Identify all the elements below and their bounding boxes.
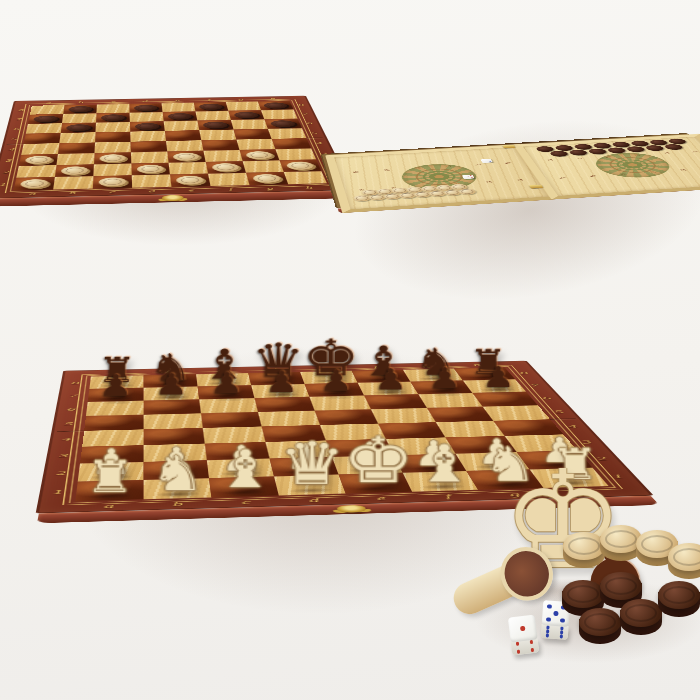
piece-shadow xyxy=(86,493,133,500)
square-d1: ♛ xyxy=(274,475,346,496)
square-e2: ♟ xyxy=(332,455,403,474)
square-b4 xyxy=(144,428,205,445)
square-g5 xyxy=(234,129,272,140)
square-d5 xyxy=(258,411,320,427)
square-a4 xyxy=(21,143,59,154)
pile-checker-light xyxy=(636,530,678,570)
piece-shadow xyxy=(473,464,519,470)
square-c7: ♟ xyxy=(198,385,255,399)
coord-label: g xyxy=(238,98,244,101)
checker-dark-b6 xyxy=(66,124,91,131)
square-c4 xyxy=(203,426,266,443)
piece-shadow xyxy=(419,484,467,490)
piece-shadow xyxy=(262,393,300,397)
coord-label: d xyxy=(308,497,320,503)
coord-label: 4 xyxy=(566,424,579,429)
point-ornament: 25 xyxy=(685,150,700,153)
coord-label: c xyxy=(218,369,225,373)
point-ornament: 25 xyxy=(673,169,694,172)
square-a5 xyxy=(24,133,61,144)
point-triangle xyxy=(647,173,677,189)
coord-label: 5 xyxy=(11,137,18,140)
square-c3 xyxy=(94,152,131,164)
pip xyxy=(489,161,491,162)
checker-light-g3 xyxy=(245,151,273,159)
chess-scene: ♜♞♝♛♚♝♞♜♟♟♟♟♟♟♟♟♟♟♟♟♟♟♟♟♜♞♝♛♚♝♞♜aabbccdd… xyxy=(10,165,630,700)
square-d6 xyxy=(254,397,314,412)
board-grid: ♜♞♝♛♚♝♞♜♟♟♟♟♟♟♟♟♟♟♟♟♟♟♟♟♜♞♝♛♚♝♞♜ xyxy=(75,367,608,501)
coord-label: d xyxy=(269,367,278,371)
square-c4 xyxy=(95,142,131,153)
coord-label: f xyxy=(444,493,453,499)
coord-label: 4 xyxy=(316,141,323,144)
point-ornament: 25 xyxy=(643,171,664,174)
coord-label: h xyxy=(573,489,587,495)
square-g4 xyxy=(236,139,275,150)
square-a4 xyxy=(82,429,144,446)
coord-label: h xyxy=(472,363,482,367)
square-c6 xyxy=(96,122,131,132)
brass-clasp-icon xyxy=(336,505,367,513)
square-b5 xyxy=(59,132,95,143)
backgammon-point-18: 25 xyxy=(489,147,519,165)
black-king-e8: ♚ xyxy=(302,333,360,383)
coord-label: h xyxy=(270,97,276,100)
piece-shadow xyxy=(410,465,456,471)
square-c3 xyxy=(205,442,270,460)
coord-label: a xyxy=(46,101,52,104)
square-a2: ♟ xyxy=(78,462,144,482)
piece-shadow xyxy=(88,474,133,480)
square-g7 xyxy=(228,110,264,120)
square-e3 xyxy=(326,439,394,457)
square-f3 xyxy=(386,437,456,455)
coord-label: 8 xyxy=(71,381,80,385)
square-e3 xyxy=(167,151,205,163)
square-a3 xyxy=(80,445,144,464)
checker-dark-g7 xyxy=(233,112,258,119)
coord-label: f xyxy=(207,99,211,102)
black-queen-d8: ♛ xyxy=(251,338,304,385)
coord-label: 1 xyxy=(53,489,64,495)
square-c6 xyxy=(199,398,258,413)
point-ornament: 25 xyxy=(540,159,560,162)
square-d4 xyxy=(131,141,168,152)
square-b3 xyxy=(144,444,207,462)
square-h1: ♜ xyxy=(530,468,609,488)
square-c5 xyxy=(95,132,131,143)
square-g3 xyxy=(239,149,279,161)
piece-shadow xyxy=(549,480,597,486)
square-b6 xyxy=(144,399,201,414)
black-bishop-f8: ♝ xyxy=(360,341,407,382)
pip xyxy=(486,162,488,163)
coord-label: b xyxy=(78,101,83,104)
square-d3 xyxy=(131,152,169,164)
square-f6 xyxy=(364,394,427,409)
coord-label: 2 xyxy=(3,170,10,174)
piece-shadow xyxy=(370,390,409,394)
checker-dark-b8 xyxy=(68,106,92,113)
square-c2: ♟ xyxy=(207,459,274,479)
square-a6 xyxy=(86,401,144,416)
checker-top xyxy=(668,543,700,571)
square-a5 xyxy=(84,415,144,431)
coord-label: 2 xyxy=(595,456,609,461)
coord-label: 6 xyxy=(13,127,19,130)
square-h7: ♟ xyxy=(463,379,526,393)
square-e6 xyxy=(309,396,370,411)
square-g7: ♟ xyxy=(410,380,472,394)
coord-label: d xyxy=(143,100,148,103)
checker-dark-a7 xyxy=(33,115,58,122)
coord-label: b xyxy=(166,370,174,374)
coord-label: 7 xyxy=(302,112,309,115)
chess-board: ♜♞♝♛♚♝♞♜♟♟♟♟♟♟♟♟♟♟♟♟♟♟♟♟♜♞♝♛♚♝♞♜aabbccdd… xyxy=(36,361,654,514)
mini-die xyxy=(480,159,492,163)
coord-label: c xyxy=(241,499,251,505)
square-f2: ♟ xyxy=(394,454,466,473)
coord-label: 5 xyxy=(311,131,318,134)
square-b3 xyxy=(56,153,94,165)
pile-checker-light xyxy=(668,543,700,583)
coord-label: 1 xyxy=(0,182,7,186)
coord-label: a xyxy=(104,503,115,509)
black-bishop-c8: ♝ xyxy=(201,344,248,385)
pip xyxy=(483,162,485,163)
square-e7: ♟ xyxy=(305,383,364,397)
checker-dark-d6 xyxy=(135,123,160,130)
coord-label: 3 xyxy=(6,159,13,163)
coord-label: g xyxy=(508,491,522,497)
coord-label: f xyxy=(373,365,379,368)
square-e1: ♚ xyxy=(339,473,413,494)
square-c1: ♝ xyxy=(209,476,279,497)
square-f1: ♝ xyxy=(403,471,478,492)
coord-label: e xyxy=(320,366,328,370)
square-h5 xyxy=(482,405,550,421)
backgammon-point-3: 25 xyxy=(642,170,679,190)
point-ornament: 25 xyxy=(656,152,676,155)
point-triangle xyxy=(491,148,516,162)
coord-label: e xyxy=(376,495,387,501)
square-f7: ♟ xyxy=(358,382,419,396)
square-h3 xyxy=(275,149,316,161)
square-e4 xyxy=(320,424,386,441)
square-f5 xyxy=(371,408,436,424)
black-knight-g8: ♞ xyxy=(414,343,458,381)
square-h6 xyxy=(472,392,537,407)
square-h4 xyxy=(272,138,312,149)
checker-dark-f6 xyxy=(203,121,229,128)
square-a6 xyxy=(26,123,62,133)
coord-label: 3 xyxy=(580,439,593,444)
checker-dark-d8 xyxy=(134,105,158,112)
piece-shadow xyxy=(221,489,268,496)
black-knight-b8: ♞ xyxy=(149,348,193,386)
square-g6 xyxy=(418,393,482,408)
square-f3 xyxy=(203,150,242,162)
coord-label: 8 xyxy=(519,371,530,375)
square-b1: ♞ xyxy=(144,478,212,499)
square-d4 xyxy=(262,425,326,442)
square-h4 xyxy=(493,419,563,436)
checker-side xyxy=(636,541,678,566)
piece-shadow xyxy=(283,469,328,475)
square-b4 xyxy=(58,142,95,153)
board-front-edge xyxy=(37,496,659,523)
square-g5 xyxy=(427,406,493,422)
coord-label: 1 xyxy=(611,473,625,479)
coord-label: g xyxy=(422,364,432,368)
piece-shadow xyxy=(154,472,199,478)
coord-label: e xyxy=(175,99,180,102)
square-h2: ♟ xyxy=(517,450,593,469)
coord-label: 8 xyxy=(298,104,305,107)
checker-light-e3 xyxy=(173,153,200,161)
coord-label: 6 xyxy=(541,396,553,400)
coord-label: 7 xyxy=(69,394,78,398)
piece-shadow xyxy=(154,491,200,498)
square-b2: ♟ xyxy=(144,460,209,480)
square-b5 xyxy=(144,413,203,429)
checker-dark-f8 xyxy=(199,103,223,110)
coord-label: 8 xyxy=(18,109,24,112)
piece-shadow xyxy=(219,470,264,476)
square-a7: ♟ xyxy=(88,388,144,402)
square-a1: ♜ xyxy=(75,480,143,501)
coord-label: 2 xyxy=(56,470,66,476)
square-d2: ♟ xyxy=(270,457,339,476)
checker-light-c3 xyxy=(100,154,126,162)
piece-shadow xyxy=(354,485,401,492)
coord-label: 4 xyxy=(8,148,15,152)
square-f4 xyxy=(378,422,445,439)
piece-shadow xyxy=(346,467,392,473)
checker-light-a3 xyxy=(25,156,53,165)
coord-label: 6 xyxy=(67,407,76,411)
checker-side xyxy=(668,554,700,579)
square-h7 xyxy=(261,110,298,120)
checker-dark-c7 xyxy=(101,114,125,121)
piece-shadow xyxy=(484,482,532,488)
backgammon-point-2: 25 xyxy=(672,168,700,188)
square-e4 xyxy=(166,140,203,151)
piece-shadow xyxy=(535,462,581,468)
coord-label: 5 xyxy=(64,421,73,426)
coord-label: 4 xyxy=(62,437,72,442)
point-ornament: 25 xyxy=(569,157,589,160)
coord-label: 7 xyxy=(16,118,22,121)
coord-label: 7 xyxy=(529,383,540,387)
coord-label: 6 xyxy=(306,122,313,125)
piece-shadow xyxy=(97,396,135,401)
square-h3 xyxy=(505,434,578,452)
coord-label: a xyxy=(114,371,122,375)
checker-dark-h8 xyxy=(263,102,288,109)
checker-dark-h6 xyxy=(270,120,297,127)
coord-label: b xyxy=(173,501,183,507)
coord-label: 3 xyxy=(59,453,69,458)
checker-top xyxy=(636,530,678,558)
square-d7: ♟ xyxy=(251,384,309,398)
checker-dark-e7 xyxy=(168,113,193,120)
coord-label: c xyxy=(111,100,116,103)
square-f4 xyxy=(201,140,239,151)
square-b7: ♟ xyxy=(144,386,200,400)
coord-label: 5 xyxy=(553,410,565,414)
piece-shadow xyxy=(288,487,335,494)
square-d3 xyxy=(265,440,332,458)
